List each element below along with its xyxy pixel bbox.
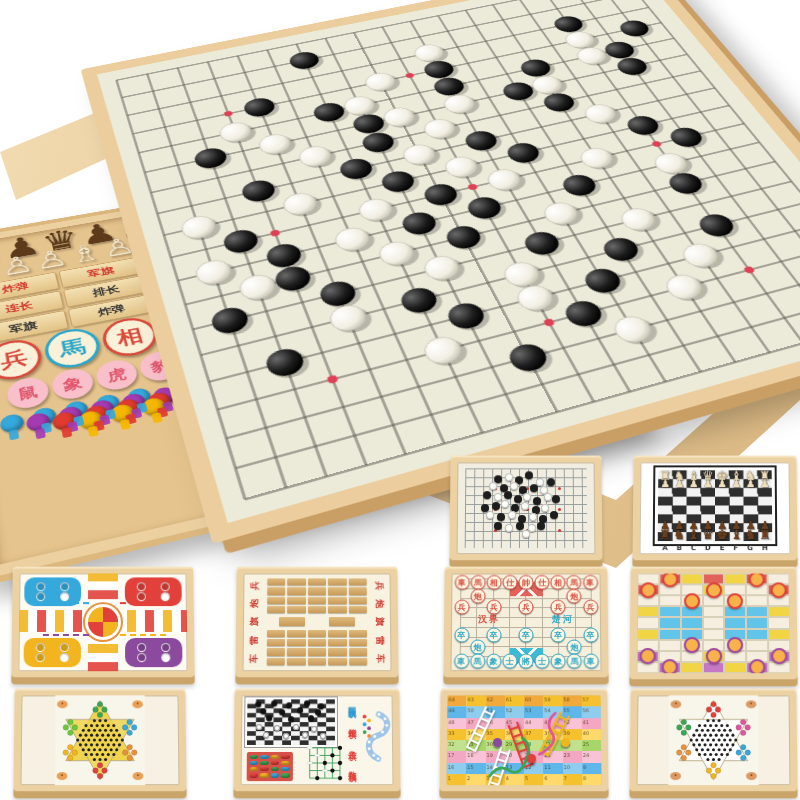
river-text-left: 汉界 (478, 613, 500, 626)
checkers-piece-black (304, 701, 310, 707)
ludo-hole (137, 653, 146, 662)
multi-peg (281, 767, 289, 771)
xiangqi-thumb-piece: 卒 (518, 627, 533, 642)
luzhanqi-board-tile (349, 648, 368, 655)
xiangqi-thumb-piece: 兵 (551, 600, 566, 615)
multi-peg (260, 761, 268, 765)
jungle-cell (659, 606, 681, 617)
ludo-peg (62, 583, 69, 590)
checkers-piece-white (311, 726, 317, 732)
go-small-stone-black (492, 502, 500, 510)
multi-label: 国际跳棋 (345, 701, 356, 705)
file-label: C (691, 544, 696, 552)
file-label: E (720, 544, 725, 552)
jungle-cell (746, 617, 768, 628)
thumb-jungle-board[interactable] (629, 567, 797, 687)
xiangqi-thumb-piece: 車 (454, 654, 469, 669)
product-photo-multi-game-wooden-set: { "game": "multi-game wooden board set —… (0, 0, 800, 800)
side-doodle: 雷 (373, 636, 386, 645)
luzhanqi-tile-grid (266, 630, 367, 665)
ludo-peg (37, 583, 44, 590)
luzhanqi-board-tile (308, 587, 326, 594)
luzhanqi-board-tile (287, 597, 305, 604)
ludo-center-compass (88, 607, 118, 637)
luzhanqi-board-tile (328, 658, 347, 665)
checkers-piece-black (271, 700, 277, 706)
jungle-piece (727, 593, 743, 609)
luzhanqi-board-tile (328, 639, 347, 646)
luzhanqi-camp-tile (279, 617, 305, 626)
luzhanqi-board-tile (328, 606, 347, 613)
go-small-stone-white (544, 493, 552, 501)
xiangqi-thumb-piece: 馬 (567, 654, 582, 669)
jungle-piece (640, 582, 656, 598)
luzhanqi-board-tile (349, 587, 367, 594)
multi-peg (250, 773, 258, 777)
jungle-cell (724, 662, 746, 673)
ludo-hole (161, 593, 170, 602)
luzhanqi-board-tile (267, 587, 285, 594)
ludo-hole (36, 643, 45, 652)
checkers-piece-white (274, 725, 280, 731)
xiangqi-thumb-piece: 卒 (551, 627, 566, 642)
ludo-dashed-arrow (120, 634, 166, 636)
jungle-cell (637, 606, 659, 617)
ludo-hole (36, 582, 45, 591)
jungle-cell (746, 640, 768, 651)
multi-peg (271, 773, 279, 777)
xiangqi-thumb-piece: 車 (454, 575, 469, 590)
xiangqi-thumb-piece: 車 (583, 575, 598, 590)
go-small-board (457, 462, 596, 554)
ludo-hole (161, 582, 170, 591)
go-small-stone-black (547, 478, 555, 486)
ludo-peg (162, 583, 169, 590)
jungle-cell (768, 629, 790, 640)
multi-peg (260, 755, 268, 759)
ludo-hole (36, 593, 45, 602)
luzhanqi-tile-grid (267, 578, 367, 613)
luzhanqi-board-tile (308, 578, 326, 585)
multi-peg (281, 761, 289, 765)
side-doodle: 车 (373, 654, 386, 663)
jungle-cell (746, 606, 768, 617)
luzhanqi-board-tile (328, 578, 346, 585)
side-doodle: 雷 (248, 636, 261, 645)
multi-label: 数独棋 (346, 765, 357, 768)
ludo-peg (37, 594, 44, 601)
jungle-piece (749, 660, 765, 674)
go-small-stone-black (481, 504, 489, 512)
go-small-stone-black (550, 511, 558, 519)
xiangqi-thumb-piece: 仕 (535, 575, 550, 590)
jungle-cell (659, 640, 681, 651)
side-doodle: 旗 (248, 618, 261, 627)
jungle-piece (771, 582, 787, 598)
luzhanqi-side-art: 兵炮旗雷车 (246, 577, 265, 667)
ludo-dashed-arrow (120, 603, 166, 605)
luzhanqi-board-tile (308, 597, 326, 604)
checkers-piece-white (302, 732, 308, 738)
luzhanqi-board-tile (349, 578, 367, 585)
go-small-stone-black (530, 484, 538, 492)
luzhanqi-side-art: 兵炮旗雷车 (370, 577, 389, 667)
jungle-cell (768, 617, 790, 628)
ludo-peg (137, 583, 144, 590)
chinese-checkers-board-2 (637, 695, 791, 785)
s-track (358, 699, 392, 782)
luzhanqi-board-tile (349, 658, 368, 665)
jungle-cell (746, 629, 768, 640)
luzhanqi-board-tile (287, 606, 306, 613)
luzhanqi-board-tile (349, 639, 368, 646)
checkers-piece-black (287, 702, 293, 708)
river-text-right: 楚河 (552, 613, 574, 626)
luzhanqi-board-tile (308, 639, 327, 646)
ludo-hole (136, 582, 145, 591)
star-point (558, 508, 561, 511)
ludo-hole (161, 653, 170, 662)
jungle-cell (659, 617, 681, 628)
xiangqi-thumb-piece: 卒 (583, 627, 598, 642)
checkers-piece-black (279, 709, 285, 715)
side-doodle: 兵 (372, 582, 385, 591)
luzhanqi-board-tile (287, 648, 306, 655)
checkers-piece-white (264, 732, 270, 738)
ludo-hole (61, 582, 70, 591)
checkers-piece-black (315, 709, 321, 715)
multi-label: 六子棋 (346, 744, 357, 747)
checkers-piece-black (255, 702, 261, 708)
ludo-hole (136, 593, 145, 602)
ludo-peg (37, 644, 44, 651)
chinese-checkers-svg (21, 695, 180, 785)
luzhanqi-board-tile (287, 658, 306, 665)
luzhanqi-board-tile (349, 597, 367, 604)
side-doodle: 炮 (372, 600, 385, 609)
luzhanqi-board-tile (308, 658, 327, 665)
jungle-cell (703, 606, 725, 617)
file-label: A (662, 544, 668, 552)
ludo-peg (61, 644, 68, 651)
animal-chess-tile: 虎 (93, 357, 140, 393)
ludo-peg (137, 594, 144, 601)
multi-peg (250, 755, 258, 759)
jungle-cell (681, 617, 703, 628)
ludo-hole (60, 653, 69, 662)
multi-label: 蛇形棋 (345, 722, 356, 725)
multi-peg (260, 767, 268, 771)
jungle-piece (640, 648, 656, 664)
ludo-hole (60, 593, 69, 602)
luzhanqi-board-tile (287, 630, 306, 637)
thumb-chinese-checkers-board-2[interactable] (629, 689, 797, 799)
jungle-cell (724, 574, 746, 585)
ludo-dashed-arrow (42, 634, 88, 636)
file-label: H (762, 544, 768, 552)
jungle-cell (703, 617, 725, 628)
thumb-ludo-board[interactable] (11, 567, 195, 685)
jungle-piece (705, 648, 721, 664)
thumb-chess-board[interactable]: ♜♞♝♛♚♝♞♜♟♟♟♟♟♟♟♟♟♟♟♟♟♟♟♟♜♞♝♛♚♝♞♜ABCDEFGH (632, 456, 797, 568)
ludo-peg (36, 654, 43, 661)
luzhanqi-board: 兵炮旗雷车兵炮旗雷车 (243, 574, 392, 672)
checkers-piece-white (293, 724, 299, 730)
ludo-corner-2 (24, 638, 82, 668)
go-small-stone-black (514, 495, 522, 503)
luzhanqi-board-tile (328, 648, 347, 655)
multi-checkers-area (247, 699, 335, 745)
checkers-piece-black (260, 708, 266, 714)
checkers-piece-black (318, 703, 324, 709)
xiangqi-thumb-piece: 帥 (519, 575, 534, 590)
luzhanqi-board-tile (308, 606, 326, 613)
chess-file-labels: ABCDEFGH (658, 544, 773, 552)
jungle-piece (684, 593, 700, 609)
luzhanqi-board-tile (267, 578, 285, 585)
side-doodle: 车 (248, 654, 261, 663)
multi-peg (260, 773, 268, 777)
checkers-piece-white (257, 724, 263, 730)
checkers-piece-black (266, 715, 272, 721)
luzhanqi-board-tile (267, 606, 286, 613)
chess-squares (658, 471, 772, 542)
ludo-peg (138, 654, 145, 661)
xiangqi-thumb-piece: 象 (486, 654, 501, 669)
go-small-stone-black (533, 497, 541, 505)
luzhanqi-board-tile (267, 597, 285, 604)
jungle-piece (661, 660, 677, 674)
luzhanqi-board-tile (267, 639, 286, 646)
multi-peg (250, 767, 258, 771)
jungle-board (636, 574, 790, 674)
multi-peg (281, 755, 289, 759)
jungle-cell (637, 617, 659, 628)
file-label: D (705, 544, 711, 552)
xiangqi-thumb-piece: 相 (551, 575, 566, 590)
luzhanqi-board-tile (287, 578, 305, 585)
ludo-peg (162, 644, 169, 651)
xiangqi-thumb-piece: 士 (502, 654, 517, 669)
ludo-dashed-arrow (43, 603, 89, 605)
jungle-cell (703, 629, 725, 640)
thumb-snakes-ladders-board[interactable]: 6463626160595857495051525354555648474645… (439, 689, 608, 799)
jungle-cell (768, 606, 790, 617)
luzhanqi-board-tile (287, 639, 306, 646)
thumb-xiangqi-board[interactable]: 汉界楚河車馬相仕帥仕相馬車炮炮兵兵兵兵兵卒卒卒卒卒炮炮車馬象士將士象馬車 (443, 567, 608, 685)
luzhanqi-board-tile (308, 630, 327, 637)
luzhanqi-board-tile (287, 587, 305, 594)
go-small-stone-black (495, 475, 503, 483)
go-small-stone-black (525, 471, 533, 479)
ludo-hole (35, 653, 44, 662)
jungle-cell (724, 617, 746, 628)
jungle-cell (680, 662, 702, 673)
six-in-a-row-grid (299, 745, 351, 781)
side-doodle: 旗 (373, 618, 386, 627)
animal-chess-tile: 鼠 (5, 375, 51, 412)
jungle-cell (659, 595, 681, 606)
multi-peg (281, 773, 289, 777)
xiangqi-thumb-piece: 卒 (454, 627, 469, 642)
xiangqi-thumb-piece: 車 (583, 654, 598, 669)
go-small-stone-white (489, 482, 497, 490)
xiangqi-thumb-piece: 兵 (454, 600, 469, 615)
peg-stem (8, 429, 19, 440)
jungle-piece (771, 648, 787, 664)
multi-peg-grid (247, 752, 293, 781)
luzhanqi-board-tile (266, 658, 285, 665)
jungle-cell (746, 595, 768, 606)
checkers-piece-white (283, 733, 289, 739)
go-small-stone-white (510, 482, 518, 490)
go-small-stone-white (521, 502, 529, 510)
xiangqi-thumb-piece: 卒 (486, 627, 501, 642)
multi-peg (271, 761, 279, 765)
xiangqi-thumb-piece: 炮 (470, 588, 485, 603)
thumb-go-board[interactable] (449, 456, 602, 568)
star-point (558, 529, 561, 532)
xiangqi-thumb-piece: 兵 (583, 600, 598, 615)
thumb-chinese-checkers-board[interactable] (13, 689, 186, 799)
chinese-checkers-svg (637, 695, 791, 785)
thumb-luzhanqi-board[interactable]: 兵炮旗雷车兵炮旗雷车 (235, 567, 398, 685)
animal-chess-tile: 象 (50, 366, 96, 402)
checkers-piece-black (288, 716, 294, 722)
side-doodle: 炮 (248, 600, 261, 609)
file-label: G (747, 544, 753, 552)
multi-peg (271, 767, 279, 771)
chinese-checkers-board (21, 695, 180, 785)
xiangqi-thumb-piece: 炮 (567, 588, 582, 603)
xiangqi-board: 汉界楚河車馬相仕帥仕相馬車炮炮兵兵兵兵兵卒卒卒卒卒炮炮車馬象士將士象馬車 (451, 574, 602, 672)
jungle-cell (637, 629, 659, 640)
multi-game-board: 国际跳棋蛇形棋六子棋数独棋 (241, 695, 394, 785)
jungle-cell (659, 629, 681, 640)
thumb-multi-game-board[interactable]: 国际跳棋蛇形棋六子棋数独棋 (233, 689, 400, 799)
xiangqi-thumb-piece: 馬 (470, 654, 485, 669)
luzhanqi-board-tile (328, 587, 346, 594)
ludo-corner-3 (125, 638, 183, 668)
xiangqi-thumb-piece: 將 (518, 654, 533, 669)
peg-stem (35, 428, 46, 439)
luzhanqi-board-tile (349, 606, 368, 613)
peg-stem (61, 427, 72, 438)
luzhanqi-board-tile (266, 648, 285, 655)
luzhanqi-board-tile (308, 648, 327, 655)
checkers-piece-black (308, 715, 314, 721)
luzhanqi-board-tile (349, 630, 368, 637)
chess-board: ♜♞♝♛♚♝♞♜♟♟♟♟♟♟♟♟♟♟♟♟♟♟♟♟♜♞♝♛♚♝♞♜ABCDEFGH (640, 462, 791, 554)
luzhanqi-board-tile (328, 597, 346, 604)
multi-peg (250, 761, 258, 765)
xiangqi-thumb-piece: 兵 (519, 600, 534, 615)
go-small-stone-white (522, 530, 530, 538)
xiangqi-thumb-piece: 相 (486, 575, 501, 590)
checkers-piece-white (320, 734, 326, 740)
ludo-board (18, 574, 187, 672)
ludo-hole (137, 643, 146, 652)
xiangqi-thumb-piece: 士 (535, 654, 550, 669)
jungle-piece (727, 637, 743, 653)
xiangqi-thumb-piece: 仕 (502, 575, 517, 590)
xiangqi-thumb-piece: 兵 (486, 600, 501, 615)
luzhanqi-camp-tile (329, 617, 355, 626)
snakes-ladders-board: 6463626160595857495051525354555648474645… (447, 695, 602, 785)
ludo-hole (60, 643, 69, 652)
luzhanqi-board-tile (267, 630, 286, 637)
xiangqi-thumb-piece: 象 (551, 654, 566, 669)
ludo-hole (161, 643, 170, 652)
luzhanqi-mountain-band (267, 616, 368, 627)
jungle-piece (684, 637, 700, 653)
peg-stem (87, 426, 98, 437)
snakes-overlay (447, 695, 602, 785)
side-doodle: 兵 (249, 582, 262, 591)
jungle-piece (706, 582, 722, 598)
multi-peg (271, 755, 279, 759)
jungle-cell (681, 574, 703, 585)
ludo-peg (138, 644, 145, 651)
luzhanqi-board-tile (328, 630, 347, 637)
file-label: B (677, 544, 682, 552)
file-label: F (733, 544, 738, 552)
checkers-piece-black (297, 708, 303, 714)
star-point (558, 487, 561, 490)
